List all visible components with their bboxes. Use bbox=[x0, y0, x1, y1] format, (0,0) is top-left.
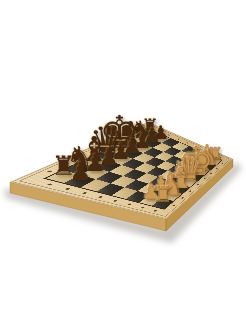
chess-set-photo: ♜♞♝♛♚♝♞♜♟♟♟♟♟♟♟♟♟♟♟♟♟♟♟♟♜♞♝♛♚♝♞♜ bbox=[0, 0, 246, 328]
